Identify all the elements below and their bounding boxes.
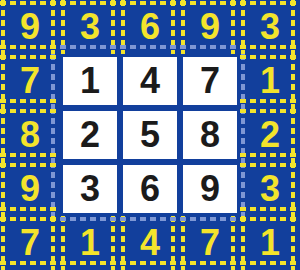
border-tile-r5c4: 7 [180, 216, 240, 270]
border-tile-r2c5: 1 [240, 54, 300, 108]
border-tile-r5c5: 1 [240, 216, 300, 270]
border-tile-r5c2: 1 [60, 216, 120, 270]
border-tile-r3c1: 8 [0, 108, 60, 162]
border-tile-r1c3: 6 [120, 0, 180, 54]
border-tile-r4c1: 9 [0, 162, 60, 216]
inner-cell-r3c4: 8 [180, 108, 240, 162]
border-tile-r1c2: 3 [60, 0, 120, 54]
border-tile-r5c3: 4 [120, 216, 180, 270]
inner-cell-r4c3: 6 [120, 162, 180, 216]
puzzle-board: 9369371471825829369371471 [0, 0, 300, 270]
border-tile-r1c4: 9 [180, 0, 240, 54]
inner-cell-r4c4: 9 [180, 162, 240, 216]
border-tile-r1c1: 9 [0, 0, 60, 54]
inner-cell-r2c4: 7 [180, 54, 240, 108]
inner-cell-r2c3: 4 [120, 54, 180, 108]
border-tile-r5c1: 7 [0, 216, 60, 270]
inner-cell-r2c2: 1 [60, 54, 120, 108]
border-tile-r2c1: 7 [0, 54, 60, 108]
border-tile-r1c5: 3 [240, 0, 300, 54]
inner-cell-r4c2: 3 [60, 162, 120, 216]
border-tile-r3c5: 2 [240, 108, 300, 162]
border-tile-r4c5: 3 [240, 162, 300, 216]
inner-cell-r3c2: 2 [60, 108, 120, 162]
inner-cell-r3c3: 5 [120, 108, 180, 162]
